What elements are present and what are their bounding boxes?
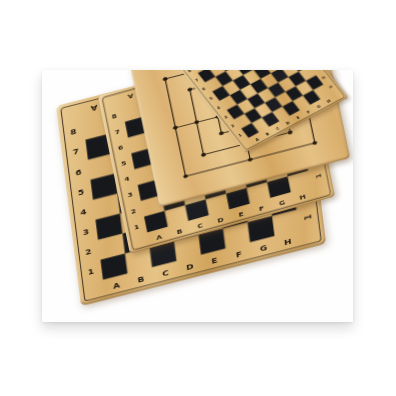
morris-point bbox=[201, 152, 206, 157]
photo-card: ABCDEFGHABCDEFGH8765432187654321 ABCDEFG… bbox=[42, 70, 353, 322]
rank-right-label-1: 1 bbox=[295, 206, 322, 228]
morris-point bbox=[194, 120, 199, 125]
morris-point bbox=[219, 131, 224, 136]
morris-point bbox=[162, 77, 167, 82]
morris-point bbox=[183, 174, 188, 179]
product-photo-page: ABCDEFGHABCDEFGH8765432187654321 ABCDEFG… bbox=[0, 0, 396, 396]
morris-point bbox=[187, 87, 192, 92]
morris-point bbox=[312, 141, 317, 146]
morris-point bbox=[173, 125, 178, 130]
morris-point bbox=[247, 157, 252, 162]
morris-point bbox=[287, 130, 292, 135]
